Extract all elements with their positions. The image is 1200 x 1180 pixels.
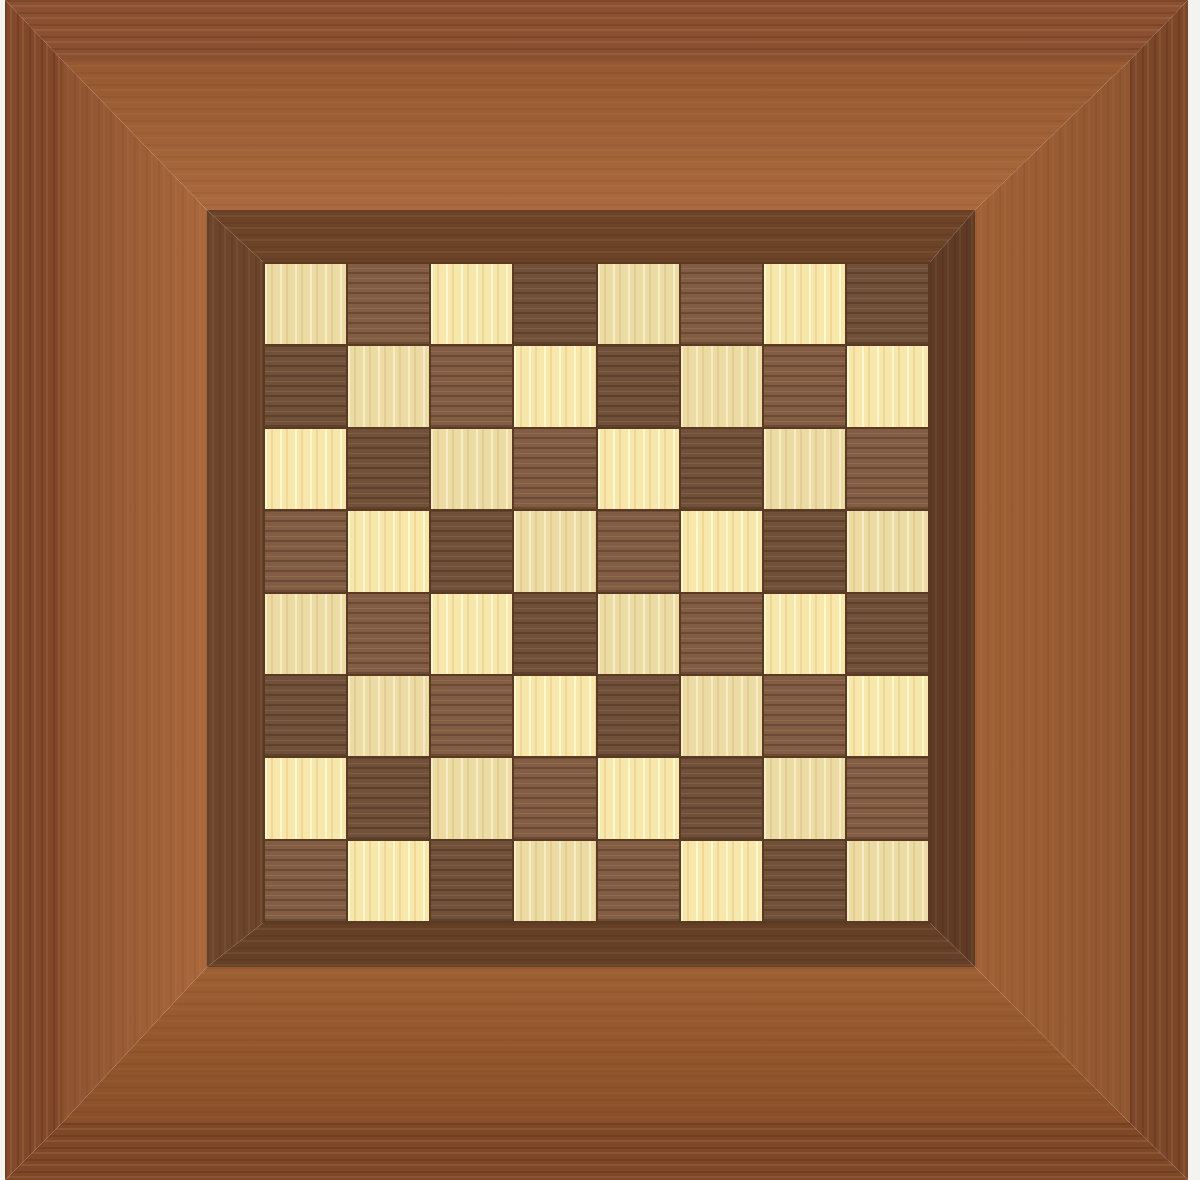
outer-frame-top-rail [5, 0, 1188, 60]
outer-frame-right-rail [1130, 0, 1188, 1180]
square-e4 [598, 594, 679, 674]
square-g5 [764, 511, 845, 591]
square-e2 [598, 758, 679, 838]
square-g4 [764, 594, 845, 674]
middle-frame-top-rail [62, 60, 1130, 210]
square-g6 [764, 429, 845, 509]
square-c2 [431, 758, 512, 838]
square-b8 [348, 264, 429, 344]
square-d8 [514, 264, 595, 344]
middle-frame-bottom-rail [62, 967, 1130, 1123]
square-b6 [348, 429, 429, 509]
square-b1 [348, 841, 429, 921]
square-h7 [847, 346, 928, 426]
square-c3 [431, 676, 512, 756]
square-a2 [265, 758, 346, 838]
square-a7 [265, 346, 346, 426]
square-f5 [681, 511, 762, 591]
square-h1 [847, 841, 928, 921]
square-b5 [348, 511, 429, 591]
square-a8 [265, 264, 346, 344]
square-e6 [598, 429, 679, 509]
inner-border-right-rail [930, 210, 975, 967]
outer-frame-left-rail [5, 0, 62, 1180]
square-f3 [681, 676, 762, 756]
square-e1 [598, 841, 679, 921]
square-h3 [847, 676, 928, 756]
middle-frame-right-rail [975, 60, 1130, 1123]
square-c7 [431, 346, 512, 426]
wooden-game-board-photo [0, 0, 1200, 1180]
square-g7 [764, 346, 845, 426]
square-a3 [265, 676, 346, 756]
square-e8 [598, 264, 679, 344]
square-g3 [764, 676, 845, 756]
square-a1 [265, 841, 346, 921]
square-c4 [431, 594, 512, 674]
square-d7 [514, 346, 595, 426]
square-b3 [348, 676, 429, 756]
square-d4 [514, 594, 595, 674]
square-f2 [681, 758, 762, 838]
square-c8 [431, 264, 512, 344]
square-e7 [598, 346, 679, 426]
square-f8 [681, 264, 762, 344]
square-f6 [681, 429, 762, 509]
square-f1 [681, 841, 762, 921]
square-a4 [265, 594, 346, 674]
square-h4 [847, 594, 928, 674]
square-g2 [764, 758, 845, 838]
square-h6 [847, 429, 928, 509]
square-e3 [598, 676, 679, 756]
square-h8 [847, 264, 928, 344]
square-d3 [514, 676, 595, 756]
square-d2 [514, 758, 595, 838]
square-f4 [681, 594, 762, 674]
square-g8 [764, 264, 845, 344]
square-d5 [514, 511, 595, 591]
square-c1 [431, 841, 512, 921]
inner-border-bottom-rail [207, 923, 975, 967]
square-h2 [847, 758, 928, 838]
inner-border-top-rail [207, 210, 975, 262]
middle-frame-left-rail [62, 60, 207, 1123]
square-b7 [348, 346, 429, 426]
outer-frame-bottom-rail [5, 1123, 1188, 1180]
square-e5 [598, 511, 679, 591]
square-c5 [431, 511, 512, 591]
square-b4 [348, 594, 429, 674]
square-c6 [431, 429, 512, 509]
square-d1 [514, 841, 595, 921]
square-a5 [265, 511, 346, 591]
square-a6 [265, 429, 346, 509]
checkerboard [263, 262, 930, 923]
square-d6 [514, 429, 595, 509]
square-h5 [847, 511, 928, 591]
square-b2 [348, 758, 429, 838]
inner-border-left-rail [207, 210, 263, 967]
square-g1 [764, 841, 845, 921]
square-f7 [681, 346, 762, 426]
